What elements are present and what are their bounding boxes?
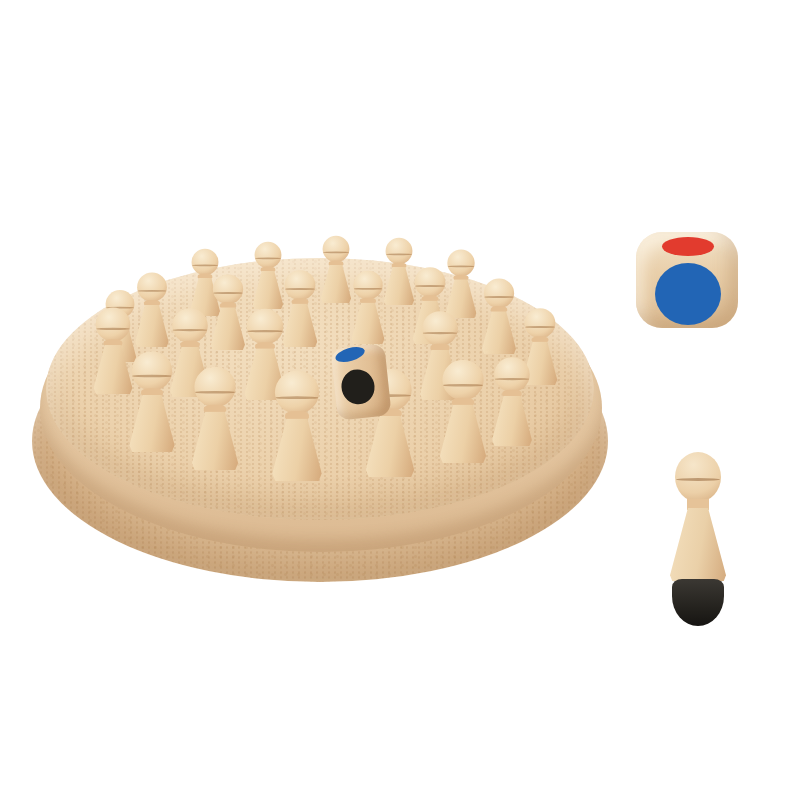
peg xyxy=(435,360,490,463)
peg-body xyxy=(191,412,239,470)
peg-body xyxy=(365,416,415,477)
peg-head xyxy=(137,273,167,302)
peg-head xyxy=(494,357,530,392)
peg-head xyxy=(484,278,514,308)
peg-body xyxy=(271,418,323,481)
peg-head xyxy=(422,311,458,346)
off-board-peg-black-base xyxy=(672,579,724,626)
peg-head xyxy=(386,238,413,264)
peg-head xyxy=(96,308,131,342)
peg-head xyxy=(132,351,172,390)
peg-body xyxy=(128,395,175,452)
peg-head xyxy=(415,267,446,297)
die-red-dot xyxy=(662,237,714,256)
peg-head xyxy=(323,236,350,262)
peg-body xyxy=(320,265,351,303)
peg-head xyxy=(275,371,319,414)
peg-body xyxy=(491,396,532,446)
peg xyxy=(348,271,387,344)
on-board-die xyxy=(330,343,391,420)
peg-head xyxy=(442,360,483,400)
peg-head xyxy=(172,308,208,343)
peg xyxy=(268,371,327,481)
peg-head xyxy=(353,271,382,300)
off-board-peg xyxy=(668,452,728,626)
peg-body xyxy=(351,303,385,344)
peg-head xyxy=(525,308,556,338)
peg-head xyxy=(447,250,474,277)
peg xyxy=(479,278,519,354)
off-board-peg-body xyxy=(670,508,726,581)
peg xyxy=(488,357,535,446)
off-board-peg-head xyxy=(675,452,721,502)
peg-head xyxy=(285,270,316,300)
peg-head xyxy=(255,242,282,268)
board-die-black-dot xyxy=(338,366,378,408)
peg xyxy=(125,351,179,452)
peg-head xyxy=(213,274,243,304)
peg xyxy=(187,367,242,470)
peg-body xyxy=(135,305,170,347)
peg-body xyxy=(439,405,487,463)
peg-head xyxy=(194,367,235,407)
color-die xyxy=(636,232,738,328)
peg-head xyxy=(192,249,219,275)
product-photo-stage xyxy=(0,0,800,800)
peg-head xyxy=(247,309,283,345)
peg-body xyxy=(481,311,516,354)
peg-layer xyxy=(0,0,800,800)
die-blue-dot xyxy=(655,263,721,325)
